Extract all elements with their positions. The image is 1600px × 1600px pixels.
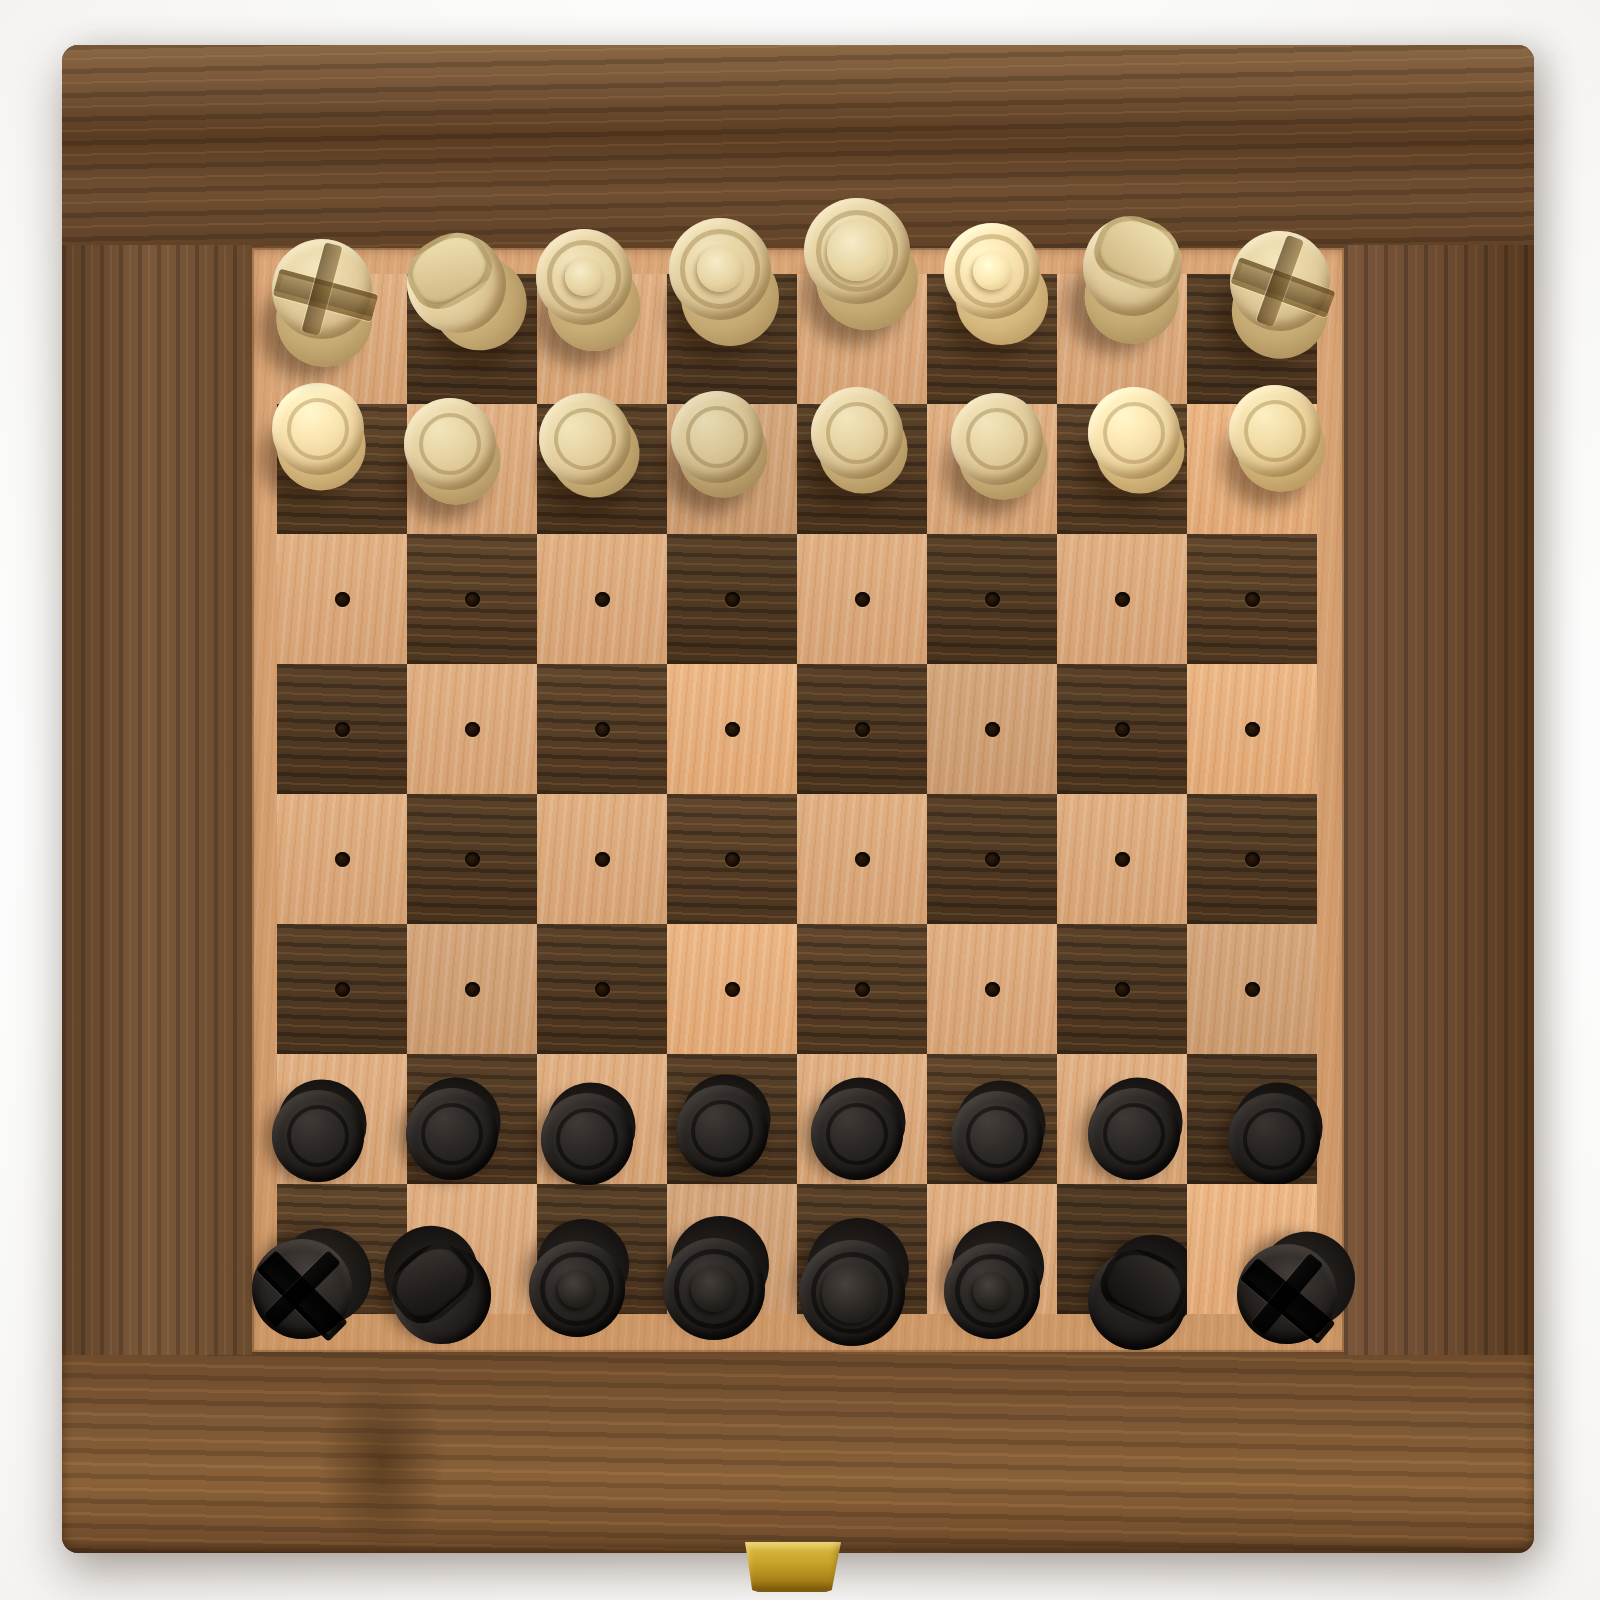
piece-top (799, 1240, 905, 1346)
piece-white-pawn[interactable] (404, 398, 496, 490)
piece-top (676, 1085, 768, 1177)
square-r4c0[interactable] (277, 794, 407, 924)
peg-hole (1115, 982, 1130, 997)
peg-hole (335, 592, 350, 607)
square-r7c3[interactable] (667, 1184, 797, 1314)
peg-hole (595, 852, 610, 867)
square-r2c5[interactable] (927, 534, 1057, 664)
peg-hole (985, 982, 1000, 997)
peg-hole (855, 982, 870, 997)
piece-top (1088, 1088, 1180, 1180)
piece-white-queen[interactable] (669, 218, 771, 320)
square-r2c3[interactable] (667, 534, 797, 664)
peg-hole (595, 722, 610, 737)
square-r0c5[interactable] (927, 274, 1057, 404)
box-frame-right (1344, 245, 1534, 1355)
square-r7c5[interactable] (927, 1184, 1057, 1314)
peg-hole (725, 982, 740, 997)
piece-white-pawn[interactable] (1088, 387, 1180, 479)
peg-hole (465, 852, 480, 867)
piece-top (1229, 385, 1321, 477)
square-r3c7[interactable] (1187, 664, 1317, 794)
piece-white-pawn[interactable] (265, 376, 372, 483)
piece-top (272, 1090, 364, 1182)
square-r4c4[interactable] (797, 794, 927, 924)
piece-black-knight[interactable] (1072, 1236, 1202, 1366)
square-r7c2[interactable] (537, 1184, 667, 1314)
piece-black-pawn[interactable] (406, 1088, 498, 1180)
square-r7c7[interactable] (1187, 1184, 1317, 1314)
peg-hole (335, 852, 350, 867)
square-r3c5[interactable] (927, 664, 1057, 794)
square-r1c0[interactable] (277, 404, 407, 534)
square-r5c5[interactable] (927, 924, 1057, 1054)
square-r6c3[interactable] (667, 1054, 797, 1184)
square-r7c1[interactable] (407, 1184, 537, 1314)
peg-hole (335, 982, 350, 997)
piece-top (1088, 387, 1180, 479)
square-r0c3[interactable] (667, 274, 797, 404)
box-frame-top (62, 45, 1534, 248)
square-r7c4[interactable] (797, 1184, 927, 1314)
peg-hole (1115, 852, 1130, 867)
piece-top (663, 1238, 765, 1340)
piece-black-pawn[interactable] (272, 1090, 364, 1182)
square-r6c7[interactable] (1187, 1054, 1317, 1184)
peg-hole (335, 722, 350, 737)
piece-top (804, 198, 910, 304)
chess-box (62, 45, 1534, 1553)
square-r6c5[interactable] (927, 1054, 1057, 1184)
piece-black-knight[interactable] (373, 1226, 511, 1364)
square-r1c7[interactable] (1187, 404, 1317, 534)
square-r5c6[interactable] (1057, 924, 1187, 1054)
piece-white-king[interactable] (804, 198, 910, 304)
peg-hole (725, 592, 740, 607)
peg-hole (855, 592, 870, 607)
square-r0c4[interactable] (797, 274, 927, 404)
peg-hole (1245, 592, 1260, 607)
piece-top (529, 1241, 625, 1337)
piece-top (811, 387, 903, 479)
square-r4c1[interactable] (407, 794, 537, 924)
square-r6c0[interactable] (277, 1054, 407, 1184)
piece-top (541, 1093, 633, 1185)
piece-black-king[interactable] (799, 1240, 905, 1346)
chess-board (277, 274, 1317, 1314)
square-r0c1[interactable] (407, 274, 537, 404)
square-r2c0[interactable] (277, 534, 407, 664)
piece-top (669, 218, 771, 320)
piece-white-pawn[interactable] (951, 393, 1043, 485)
square-r2c4[interactable] (797, 534, 927, 664)
piece-black-rook[interactable] (1217, 1224, 1358, 1365)
peg-hole (855, 852, 870, 867)
square-r2c1[interactable] (407, 534, 537, 664)
peg-hole (1245, 852, 1260, 867)
square-r3c2[interactable] (537, 664, 667, 794)
piece-top (944, 223, 1040, 319)
piece-black-pawn[interactable] (541, 1093, 633, 1185)
piece-black-pawn[interactable] (1088, 1088, 1180, 1180)
peg-hole (985, 592, 1000, 607)
piece-white-pawn[interactable] (671, 391, 763, 483)
peg-hole (985, 852, 1000, 867)
peg-hole (595, 982, 610, 997)
peg-hole (1245, 722, 1260, 737)
piece-top (951, 393, 1043, 485)
piece-black-bishop[interactable] (944, 1243, 1040, 1339)
square-r1c3[interactable] (667, 404, 797, 534)
peg-hole (855, 722, 870, 737)
piece-top (671, 391, 763, 483)
square-r5c3[interactable] (667, 924, 797, 1054)
square-r6c1[interactable] (407, 1054, 537, 1184)
square-r0c2[interactable] (537, 274, 667, 404)
piece-top (404, 398, 496, 490)
peg-hole (465, 592, 480, 607)
square-r4c5[interactable] (927, 794, 1057, 924)
square-r5c2[interactable] (537, 924, 667, 1054)
piece-top (406, 1088, 498, 1180)
piece-black-pawn[interactable] (951, 1091, 1043, 1183)
photo-background (0, 0, 1600, 1600)
square-r4c7[interactable] (1187, 794, 1317, 924)
peg-hole (465, 722, 480, 737)
square-r6c4[interactable] (797, 1054, 927, 1184)
board-border (252, 248, 1344, 1352)
square-r1c4[interactable] (797, 404, 927, 534)
square-r1c6[interactable] (1057, 404, 1187, 534)
peg-hole (1115, 592, 1130, 607)
piece-white-bishop[interactable] (944, 223, 1040, 319)
piece-black-pawn[interactable] (811, 1088, 903, 1180)
piece-black-queen[interactable] (663, 1238, 765, 1340)
square-r0c6[interactable] (1057, 274, 1187, 404)
square-r5c4[interactable] (797, 924, 927, 1054)
square-r1c5[interactable] (927, 404, 1057, 534)
peg-hole (1245, 982, 1260, 997)
piece-top (951, 1091, 1043, 1183)
peg-hole (725, 722, 740, 737)
square-r2c2[interactable] (537, 534, 667, 664)
piece-black-bishop[interactable] (529, 1241, 625, 1337)
square-r7c6[interactable] (1057, 1184, 1187, 1314)
brass-clasp (742, 1542, 844, 1592)
peg-hole (595, 592, 610, 607)
box-frame-left (62, 245, 252, 1355)
piece-white-pawn[interactable] (1229, 385, 1321, 477)
square-r4c2[interactable] (537, 794, 667, 924)
piece-top (1228, 1093, 1320, 1185)
square-r3c4[interactable] (797, 664, 927, 794)
square-r5c1[interactable] (407, 924, 537, 1054)
square-r3c0[interactable] (277, 664, 407, 794)
square-r5c7[interactable] (1187, 924, 1317, 1054)
square-r1c2[interactable] (537, 404, 667, 534)
piece-white-bishop[interactable] (536, 229, 632, 325)
square-r4c6[interactable] (1057, 794, 1187, 924)
peg-hole (465, 982, 480, 997)
piece-white-pawn[interactable] (811, 387, 903, 479)
square-r5c0[interactable] (277, 924, 407, 1054)
square-r6c6[interactable] (1057, 1054, 1187, 1184)
square-r6c2[interactable] (537, 1054, 667, 1184)
square-r2c7[interactable] (1187, 534, 1317, 664)
peg-hole (725, 852, 740, 867)
square-r3c6[interactable] (1057, 664, 1187, 794)
square-r2c6[interactable] (1057, 534, 1187, 664)
piece-top (811, 1088, 903, 1180)
square-r3c3[interactable] (667, 664, 797, 794)
peg-hole (985, 722, 1000, 737)
piece-top (536, 229, 632, 325)
piece-black-pawn[interactable] (1228, 1093, 1320, 1185)
square-r3c1[interactable] (407, 664, 537, 794)
square-r1c1[interactable] (407, 404, 537, 534)
peg-hole (1115, 722, 1130, 737)
square-r4c3[interactable] (667, 794, 797, 924)
piece-top (944, 1243, 1040, 1339)
box-frame-bottom (62, 1352, 1534, 1553)
piece-black-rook[interactable] (231, 1218, 372, 1359)
piece-black-pawn[interactable] (676, 1085, 768, 1177)
